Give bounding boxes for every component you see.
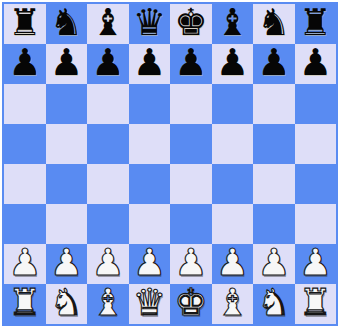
square-h2[interactable]: ♟ xyxy=(295,244,337,284)
square-f1[interactable]: ♝ xyxy=(212,284,254,324)
square-h3[interactable] xyxy=(295,204,337,244)
square-b3[interactable] xyxy=(46,204,88,244)
square-d2[interactable]: ♟ xyxy=(129,244,171,284)
square-h4[interactable] xyxy=(295,164,337,204)
square-f3[interactable] xyxy=(212,204,254,244)
square-a2[interactable]: ♟ xyxy=(4,244,46,284)
square-a4[interactable] xyxy=(4,164,46,204)
square-b6[interactable] xyxy=(46,84,88,124)
square-f7[interactable]: ♟ xyxy=(212,44,254,84)
square-f6[interactable] xyxy=(212,84,254,124)
white-rook[interactable]: ♜ xyxy=(8,284,41,323)
square-e6[interactable] xyxy=(170,84,212,124)
square-g1[interactable]: ♞ xyxy=(253,284,295,324)
square-g6[interactable] xyxy=(253,84,295,124)
square-d4[interactable] xyxy=(129,164,171,204)
square-c7[interactable]: ♟ xyxy=(87,44,129,84)
square-g2[interactable]: ♟ xyxy=(253,244,295,284)
black-pawn[interactable]: ♟ xyxy=(257,44,290,83)
square-h1[interactable]: ♜ xyxy=(295,284,337,324)
black-pawn[interactable]: ♟ xyxy=(91,44,124,83)
square-c1[interactable]: ♝ xyxy=(87,284,129,324)
black-knight[interactable]: ♞ xyxy=(257,4,290,43)
white-pawn[interactable]: ♟ xyxy=(91,244,124,283)
square-h6[interactable] xyxy=(295,84,337,124)
square-c6[interactable] xyxy=(87,84,129,124)
square-d5[interactable] xyxy=(129,124,171,164)
black-bishop[interactable]: ♝ xyxy=(91,4,124,43)
square-d8[interactable]: ♛ xyxy=(129,4,171,44)
square-g3[interactable] xyxy=(253,204,295,244)
white-knight[interactable]: ♞ xyxy=(50,284,83,323)
square-c2[interactable]: ♟ xyxy=(87,244,129,284)
white-pawn[interactable]: ♟ xyxy=(216,244,249,283)
black-pawn[interactable]: ♟ xyxy=(50,44,83,83)
square-c3[interactable] xyxy=(87,204,129,244)
square-b1[interactable]: ♞ xyxy=(46,284,88,324)
square-c8[interactable]: ♝ xyxy=(87,4,129,44)
black-pawn[interactable]: ♟ xyxy=(174,44,207,83)
square-g8[interactable]: ♞ xyxy=(253,4,295,44)
square-c5[interactable] xyxy=(87,124,129,164)
square-d1[interactable]: ♛ xyxy=(129,284,171,324)
white-pawn[interactable]: ♟ xyxy=(133,244,166,283)
square-e5[interactable] xyxy=(170,124,212,164)
white-king[interactable]: ♚ xyxy=(174,284,207,323)
square-d7[interactable]: ♟ xyxy=(129,44,171,84)
square-b2[interactable]: ♟ xyxy=(46,244,88,284)
black-knight[interactable]: ♞ xyxy=(50,4,83,43)
white-pawn[interactable]: ♟ xyxy=(299,244,332,283)
square-f2[interactable]: ♟ xyxy=(212,244,254,284)
black-pawn[interactable]: ♟ xyxy=(299,44,332,83)
square-a5[interactable] xyxy=(4,124,46,164)
square-b7[interactable]: ♟ xyxy=(46,44,88,84)
white-bishop[interactable]: ♝ xyxy=(216,284,249,323)
black-king[interactable]: ♚ xyxy=(174,4,207,43)
square-a1[interactable]: ♜ xyxy=(4,284,46,324)
board-frame: ♜♞♝♛♚♝♞♜♟♟♟♟♟♟♟♟♟♟♟♟♟♟♟♟♜♞♝♛♚♝♞♜ xyxy=(2,2,338,326)
square-c4[interactable] xyxy=(87,164,129,204)
square-a7[interactable]: ♟ xyxy=(4,44,46,84)
square-d6[interactable] xyxy=(129,84,171,124)
square-b5[interactable] xyxy=(46,124,88,164)
black-rook[interactable]: ♜ xyxy=(299,4,332,43)
white-knight[interactable]: ♞ xyxy=(257,284,290,323)
black-pawn[interactable]: ♟ xyxy=(133,44,166,83)
black-queen[interactable]: ♛ xyxy=(133,4,166,43)
square-g7[interactable]: ♟ xyxy=(253,44,295,84)
square-e2[interactable]: ♟ xyxy=(170,244,212,284)
white-bishop[interactable]: ♝ xyxy=(91,284,124,323)
black-pawn[interactable]: ♟ xyxy=(8,44,41,83)
square-e7[interactable]: ♟ xyxy=(170,44,212,84)
white-pawn[interactable]: ♟ xyxy=(257,244,290,283)
square-b4[interactable] xyxy=(46,164,88,204)
black-bishop[interactable]: ♝ xyxy=(216,4,249,43)
white-queen[interactable]: ♛ xyxy=(133,284,166,323)
square-e3[interactable] xyxy=(170,204,212,244)
square-f8[interactable]: ♝ xyxy=(212,4,254,44)
white-pawn[interactable]: ♟ xyxy=(50,244,83,283)
square-e1[interactable]: ♚ xyxy=(170,284,212,324)
black-pawn[interactable]: ♟ xyxy=(216,44,249,83)
square-h5[interactable] xyxy=(295,124,337,164)
square-g5[interactable] xyxy=(253,124,295,164)
square-h8[interactable]: ♜ xyxy=(295,4,337,44)
square-a3[interactable] xyxy=(4,204,46,244)
square-d3[interactable] xyxy=(129,204,171,244)
white-pawn[interactable]: ♟ xyxy=(174,244,207,283)
square-f4[interactable] xyxy=(212,164,254,204)
square-h7[interactable]: ♟ xyxy=(295,44,337,84)
square-e8[interactable]: ♚ xyxy=(170,4,212,44)
white-rook[interactable]: ♜ xyxy=(299,284,332,323)
square-a8[interactable]: ♜ xyxy=(4,4,46,44)
black-rook[interactable]: ♜ xyxy=(8,4,41,43)
square-a6[interactable] xyxy=(4,84,46,124)
square-b8[interactable]: ♞ xyxy=(46,4,88,44)
chess-board: ♜♞♝♛♚♝♞♜♟♟♟♟♟♟♟♟♟♟♟♟♟♟♟♟♜♞♝♛♚♝♞♜ xyxy=(4,4,336,324)
white-pawn[interactable]: ♟ xyxy=(8,244,41,283)
square-e4[interactable] xyxy=(170,164,212,204)
square-f5[interactable] xyxy=(212,124,254,164)
square-g4[interactable] xyxy=(253,164,295,204)
